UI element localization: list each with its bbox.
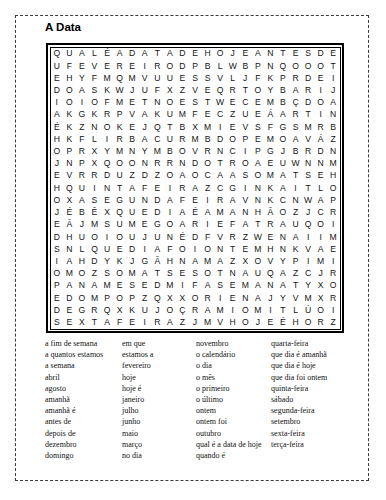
grid-cell[interactable]: É bbox=[277, 316, 290, 328]
grid-cell[interactable]: A bbox=[189, 255, 202, 267]
grid-cell[interactable]: R bbox=[226, 157, 239, 169]
grid-cell[interactable]: H bbox=[63, 72, 76, 84]
grid-cell[interactable]: J bbox=[239, 72, 252, 84]
grid-cell[interactable]: E bbox=[63, 304, 76, 316]
grid-cell[interactable]: V bbox=[264, 255, 277, 267]
grid-cell[interactable]: K bbox=[63, 109, 76, 121]
grid-cell[interactable]: A bbox=[226, 170, 239, 182]
grid-cell[interactable]: P bbox=[327, 194, 340, 206]
grid-cell[interactable]: M bbox=[113, 96, 126, 108]
grid-cell[interactable]: N bbox=[327, 109, 340, 121]
grid-cell[interactable]: N bbox=[138, 194, 151, 206]
grid-cell[interactable]: A bbox=[63, 255, 76, 267]
grid-cell[interactable]: O bbox=[252, 255, 265, 267]
grid-cell[interactable]: R bbox=[201, 292, 214, 304]
grid-cell[interactable]: V bbox=[189, 84, 202, 96]
grid-cell[interactable]: Z bbox=[126, 170, 139, 182]
grid-cell[interactable]: T bbox=[88, 316, 101, 328]
grid-cell[interactable]: O bbox=[302, 60, 315, 72]
grid-cell[interactable]: R bbox=[151, 316, 164, 328]
grid-cell[interactable]: P bbox=[101, 292, 114, 304]
grid-cell[interactable]: A bbox=[76, 194, 89, 206]
grid-cell[interactable]: N bbox=[101, 182, 114, 194]
grid-cell[interactable]: A bbox=[138, 133, 151, 145]
grid-cell[interactable]: Z bbox=[151, 170, 164, 182]
grid-cell[interactable]: O bbox=[314, 96, 327, 108]
grid-cell[interactable]: E bbox=[214, 219, 227, 231]
grid-cell[interactable]: M bbox=[176, 109, 189, 121]
grid-cell[interactable]: E bbox=[63, 316, 76, 328]
grid-cell[interactable]: K bbox=[151, 109, 164, 121]
grid-cell[interactable]: A bbox=[176, 170, 189, 182]
grid-cell[interactable]: D bbox=[189, 157, 202, 169]
grid-cell[interactable]: J bbox=[51, 157, 64, 169]
grid-cell[interactable]: O bbox=[51, 194, 64, 206]
grid-cell[interactable]: É bbox=[176, 231, 189, 243]
grid-cell[interactable]: D bbox=[126, 48, 139, 60]
grid-cell[interactable]: A bbox=[277, 280, 290, 292]
grid-cell[interactable]: R bbox=[88, 304, 101, 316]
grid-cell[interactable]: Á bbox=[314, 133, 327, 145]
grid-cell[interactable]: K bbox=[113, 121, 126, 133]
grid-cell[interactable]: E bbox=[201, 84, 214, 96]
grid-cell[interactable]: L bbox=[88, 48, 101, 60]
grid-cell[interactable]: B bbox=[126, 133, 139, 145]
grid-cell[interactable]: Z bbox=[201, 182, 214, 194]
grid-cell[interactable]: M bbox=[126, 267, 139, 279]
grid-cell[interactable]: U bbox=[113, 219, 126, 231]
grid-cell[interactable]: E bbox=[226, 96, 239, 108]
grid-cell[interactable]: D bbox=[63, 292, 76, 304]
grid-cell[interactable]: H bbox=[164, 255, 177, 267]
grid-cell[interactable]: I bbox=[138, 60, 151, 72]
grid-cell[interactable]: Y bbox=[277, 292, 290, 304]
grid-cell[interactable]: U bbox=[126, 194, 139, 206]
grid-cell[interactable]: A bbox=[189, 182, 202, 194]
grid-cell[interactable]: E bbox=[113, 243, 126, 255]
grid-cell[interactable]: A bbox=[88, 280, 101, 292]
grid-cell[interactable]: A bbox=[277, 109, 290, 121]
grid-cell[interactable]: W bbox=[289, 157, 302, 169]
grid-cell[interactable]: N bbox=[63, 243, 76, 255]
grid-cell[interactable]: I bbox=[138, 316, 151, 328]
grid-cell[interactable]: K bbox=[264, 194, 277, 206]
grid-cell[interactable]: N bbox=[138, 157, 151, 169]
grid-cell[interactable]: I bbox=[239, 145, 252, 157]
grid-cell[interactable]: W bbox=[113, 84, 126, 96]
grid-cell[interactable]: C bbox=[277, 194, 290, 206]
grid-cell[interactable]: T bbox=[226, 243, 239, 255]
grid-cell[interactable]: N bbox=[327, 145, 340, 157]
grid-cell[interactable]: O bbox=[239, 304, 252, 316]
grid-cell[interactable]: P bbox=[277, 72, 290, 84]
grid-cell[interactable]: Z bbox=[76, 121, 89, 133]
grid-cell[interactable]: B bbox=[201, 60, 214, 72]
grid-cell[interactable]: F bbox=[101, 96, 114, 108]
grid-cell[interactable]: U bbox=[126, 231, 139, 243]
grid-cell[interactable]: C bbox=[151, 133, 164, 145]
grid-cell[interactable]: Q bbox=[151, 121, 164, 133]
grid-cell[interactable]: H bbox=[76, 255, 89, 267]
grid-cell[interactable]: X bbox=[239, 255, 252, 267]
grid-cell[interactable]: E bbox=[264, 231, 277, 243]
grid-cell[interactable]: E bbox=[101, 194, 114, 206]
grid-cell[interactable]: L bbox=[289, 304, 302, 316]
grid-cell[interactable]: O bbox=[252, 170, 265, 182]
grid-cell[interactable]: N bbox=[264, 60, 277, 72]
grid-cell[interactable]: D bbox=[88, 255, 101, 267]
grid-cell[interactable]: B bbox=[289, 145, 302, 157]
grid-cell[interactable]: K bbox=[264, 182, 277, 194]
grid-cell[interactable]: Q bbox=[113, 72, 126, 84]
grid-cell[interactable]: I bbox=[239, 182, 252, 194]
grid-cell[interactable]: Ç bbox=[289, 96, 302, 108]
grid-cell[interactable]: A bbox=[252, 48, 265, 60]
grid-cell[interactable]: Ã bbox=[264, 206, 277, 218]
grid-cell[interactable]: P bbox=[51, 280, 64, 292]
grid-cell[interactable]: R bbox=[76, 170, 89, 182]
grid-cell[interactable]: T bbox=[113, 182, 126, 194]
grid-cell[interactable]: A bbox=[138, 267, 151, 279]
grid-cell[interactable]: M bbox=[189, 133, 202, 145]
grid-cell[interactable]: U bbox=[126, 206, 139, 218]
grid-cell[interactable]: M bbox=[327, 231, 340, 243]
grid-cell[interactable]: I bbox=[138, 243, 151, 255]
grid-cell[interactable]: I bbox=[51, 255, 64, 267]
grid-cell[interactable]: Z bbox=[226, 255, 239, 267]
grid-cell[interactable]: O bbox=[88, 96, 101, 108]
grid-cell[interactable]: T bbox=[214, 157, 227, 169]
grid-cell[interactable]: O bbox=[327, 182, 340, 194]
grid-cell[interactable]: A bbox=[101, 316, 114, 328]
grid-cell[interactable]: É bbox=[63, 206, 76, 218]
grid-cell[interactable]: P bbox=[76, 157, 89, 169]
grid-cell[interactable]: É bbox=[51, 121, 64, 133]
grid-cell[interactable]: R bbox=[327, 206, 340, 218]
grid-cell[interactable]: R bbox=[176, 182, 189, 194]
grid-cell[interactable]: T bbox=[302, 182, 315, 194]
grid-cell[interactable]: V bbox=[63, 170, 76, 182]
grid-cell[interactable]: O bbox=[302, 316, 315, 328]
grid-cell[interactable]: Q bbox=[264, 267, 277, 279]
grid-cell[interactable]: M bbox=[302, 121, 315, 133]
grid-cell[interactable]: I bbox=[214, 121, 227, 133]
grid-cell[interactable]: M bbox=[63, 267, 76, 279]
grid-cell[interactable]: E bbox=[151, 182, 164, 194]
grid-cell[interactable]: S bbox=[164, 267, 177, 279]
grid-cell[interactable]: U bbox=[164, 72, 177, 84]
grid-cell[interactable]: V bbox=[239, 194, 252, 206]
grid-cell[interactable]: Y bbox=[277, 255, 290, 267]
grid-cell[interactable]: A bbox=[164, 316, 177, 328]
grid-cell[interactable]: Ç bbox=[176, 304, 189, 316]
grid-cell[interactable]: E bbox=[126, 316, 139, 328]
grid-cell[interactable]: Ê bbox=[88, 206, 101, 218]
grid-cell[interactable]: S bbox=[101, 219, 114, 231]
grid-cell[interactable]: O bbox=[101, 121, 114, 133]
grid-cell[interactable]: F bbox=[189, 280, 202, 292]
grid-cell[interactable]: S bbox=[214, 280, 227, 292]
grid-cell[interactable]: R bbox=[189, 304, 202, 316]
grid-cell[interactable]: E bbox=[252, 96, 265, 108]
grid-cell[interactable]: V bbox=[214, 72, 227, 84]
grid-cell[interactable]: O bbox=[63, 96, 76, 108]
grid-cell[interactable]: T bbox=[138, 96, 151, 108]
grid-cell[interactable]: U bbox=[164, 109, 177, 121]
grid-cell[interactable]: E bbox=[76, 60, 89, 72]
grid-cell[interactable]: D bbox=[214, 133, 227, 145]
grid-cell[interactable]: F bbox=[252, 72, 265, 84]
grid-cell[interactable]: F bbox=[138, 182, 151, 194]
grid-cell[interactable]: O bbox=[113, 267, 126, 279]
grid-cell[interactable]: E bbox=[327, 48, 340, 60]
grid-cell[interactable]: R bbox=[176, 133, 189, 145]
grid-cell[interactable]: T bbox=[239, 84, 252, 96]
grid-cell[interactable]: J bbox=[277, 145, 290, 157]
grid-cell[interactable]: A bbox=[277, 219, 290, 231]
grid-cell[interactable]: G bbox=[264, 145, 277, 157]
grid-cell[interactable]: G bbox=[226, 182, 239, 194]
grid-cell[interactable]: Q bbox=[277, 60, 290, 72]
grid-cell[interactable]: X bbox=[189, 121, 202, 133]
grid-cell[interactable]: O bbox=[214, 48, 227, 60]
grid-cell[interactable]: V bbox=[88, 60, 101, 72]
grid-cell[interactable]: J bbox=[76, 219, 89, 231]
grid-cell[interactable]: K bbox=[63, 121, 76, 133]
grid-cell[interactable]: N bbox=[214, 145, 227, 157]
grid-cell[interactable]: R bbox=[201, 145, 214, 157]
grid-cell[interactable]: L bbox=[314, 182, 327, 194]
grid-cell[interactable]: J bbox=[138, 231, 151, 243]
grid-cell[interactable]: Ã bbox=[151, 255, 164, 267]
grid-cell[interactable]: S bbox=[88, 84, 101, 96]
grid-cell[interactable]: N bbox=[252, 194, 265, 206]
grid-cell[interactable]: O bbox=[189, 170, 202, 182]
grid-cell[interactable]: P bbox=[252, 60, 265, 72]
grid-cell[interactable]: T bbox=[289, 280, 302, 292]
grid-cell[interactable]: I bbox=[327, 255, 340, 267]
grid-cell[interactable]: E bbox=[138, 280, 151, 292]
grid-cell[interactable]: Q bbox=[214, 84, 227, 96]
grid-cell[interactable]: E bbox=[239, 243, 252, 255]
grid-cell[interactable]: O bbox=[51, 267, 64, 279]
grid-cell[interactable]: D bbox=[101, 170, 114, 182]
grid-cell[interactable]: M bbox=[101, 72, 114, 84]
grid-cell[interactable]: E bbox=[189, 48, 202, 60]
grid-cell[interactable]: E bbox=[113, 280, 126, 292]
grid-cell[interactable]: E bbox=[239, 48, 252, 60]
grid-cell[interactable]: A bbox=[252, 157, 265, 169]
grid-cell[interactable]: A bbox=[151, 243, 164, 255]
grid-cell[interactable]: H bbox=[51, 133, 64, 145]
grid-cell[interactable]: I bbox=[189, 243, 202, 255]
grid-cell[interactable]: X bbox=[63, 194, 76, 206]
grid-cell[interactable]: R bbox=[101, 109, 114, 121]
grid-cell[interactable]: O bbox=[113, 292, 126, 304]
grid-cell[interactable]: Q bbox=[101, 157, 114, 169]
grid-cell[interactable]: Y bbox=[76, 72, 89, 84]
grid-cell[interactable]: E bbox=[252, 133, 265, 145]
grid-cell[interactable]: Z bbox=[138, 292, 151, 304]
grid-cell[interactable]: F bbox=[226, 219, 239, 231]
grid-cell[interactable]: D bbox=[51, 84, 64, 96]
grid-cell[interactable]: H bbox=[252, 206, 265, 218]
grid-cell[interactable]: U bbox=[151, 231, 164, 243]
grid-cell[interactable]: O bbox=[201, 157, 214, 169]
grid-cell[interactable]: O bbox=[189, 292, 202, 304]
grid-cell[interactable]: A bbox=[252, 292, 265, 304]
grid-cell[interactable]: O bbox=[176, 145, 189, 157]
grid-cell[interactable]: R bbox=[289, 109, 302, 121]
grid-cell[interactable]: Z bbox=[88, 267, 101, 279]
grid-cell[interactable]: V bbox=[126, 109, 139, 121]
grid-cell[interactable]: E bbox=[252, 109, 265, 121]
grid-cell[interactable]: J bbox=[189, 316, 202, 328]
grid-cell[interactable]: R bbox=[189, 219, 202, 231]
grid-cell[interactable]: M bbox=[264, 133, 277, 145]
grid-cell[interactable]: D bbox=[138, 170, 151, 182]
grid-cell[interactable]: O bbox=[164, 304, 177, 316]
grid-cell[interactable]: N bbox=[226, 267, 239, 279]
grid-cell[interactable]: A bbox=[252, 280, 265, 292]
grid-cell[interactable]: I bbox=[76, 96, 89, 108]
grid-cell[interactable]: N bbox=[164, 231, 177, 243]
grid-cell[interactable]: N bbox=[302, 157, 315, 169]
grid-cell[interactable]: A bbox=[164, 194, 177, 206]
grid-cell[interactable]: O bbox=[314, 219, 327, 231]
grid-cell[interactable]: D bbox=[189, 231, 202, 243]
grid-cell[interactable]: J bbox=[252, 316, 265, 328]
grid-cell[interactable]: B bbox=[201, 133, 214, 145]
grid-cell[interactable]: O bbox=[239, 316, 252, 328]
grid-cell[interactable]: V bbox=[239, 121, 252, 133]
grid-cell[interactable]: E bbox=[264, 316, 277, 328]
grid-cell[interactable]: S bbox=[201, 72, 214, 84]
grid-cell[interactable]: C bbox=[201, 170, 214, 182]
grid-cell[interactable]: K bbox=[113, 255, 126, 267]
grid-cell[interactable]: N bbox=[252, 182, 265, 194]
grid-cell[interactable]: N bbox=[277, 243, 290, 255]
grid-cell[interactable]: Z bbox=[289, 206, 302, 218]
grid-cell[interactable]: I bbox=[176, 280, 189, 292]
grid-cell[interactable]: A bbox=[164, 48, 177, 60]
grid-cell[interactable]: X bbox=[88, 157, 101, 169]
grid-cell[interactable]: D bbox=[314, 48, 327, 60]
grid-cell[interactable]: I bbox=[101, 231, 114, 243]
grid-cell[interactable]: N bbox=[126, 145, 139, 157]
grid-cell[interactable]: X bbox=[164, 292, 177, 304]
grid-cell[interactable]: U bbox=[76, 182, 89, 194]
grid-cell[interactable]: U bbox=[239, 109, 252, 121]
grid-cell[interactable]: R bbox=[314, 121, 327, 133]
grid-cell[interactable]: U bbox=[51, 60, 64, 72]
grid-cell[interactable]: J bbox=[151, 304, 164, 316]
grid-cell[interactable]: D bbox=[314, 145, 327, 157]
grid-cell[interactable]: S bbox=[189, 96, 202, 108]
grid-cell[interactable]: S bbox=[289, 121, 302, 133]
grid-cell[interactable]: A bbox=[289, 84, 302, 96]
grid-cell[interactable]: I bbox=[264, 304, 277, 316]
grid-cell[interactable]: F bbox=[176, 194, 189, 206]
grid-cell[interactable]: R bbox=[226, 231, 239, 243]
grid-cell[interactable]: N bbox=[289, 194, 302, 206]
grid-cell[interactable]: E bbox=[51, 170, 64, 182]
grid-cell[interactable]: O bbox=[201, 267, 214, 279]
grid-cell[interactable]: O bbox=[327, 280, 340, 292]
grid-cell[interactable]: R bbox=[151, 60, 164, 72]
grid-cell[interactable]: M bbox=[201, 121, 214, 133]
grid-cell[interactable]: T bbox=[151, 48, 164, 60]
grid-cell[interactable]: F bbox=[63, 60, 76, 72]
grid-cell[interactable]: A bbox=[314, 243, 327, 255]
grid-cell[interactable]: P bbox=[239, 133, 252, 145]
grid-cell[interactable]: M bbox=[302, 292, 315, 304]
grid-cell[interactable]: R bbox=[264, 219, 277, 231]
grid-cell[interactable]: M bbox=[252, 304, 265, 316]
grid-cell[interactable]: A bbox=[113, 48, 126, 60]
grid-cell[interactable]: I bbox=[164, 206, 177, 218]
grid-cell[interactable]: R bbox=[327, 267, 340, 279]
grid-cell[interactable]: X bbox=[76, 316, 89, 328]
grid-cell[interactable]: D bbox=[151, 206, 164, 218]
grid-cell[interactable]: A bbox=[201, 304, 214, 316]
grid-cell[interactable]: E bbox=[51, 72, 64, 84]
grid-cell[interactable]: F bbox=[113, 316, 126, 328]
grid-cell[interactable]: S bbox=[101, 267, 114, 279]
grid-cell[interactable]: Q bbox=[101, 304, 114, 316]
grid-cell[interactable]: E bbox=[314, 170, 327, 182]
grid-cell[interactable]: A bbox=[226, 194, 239, 206]
grid-cell[interactable]: F bbox=[164, 243, 177, 255]
grid-cell[interactable]: M bbox=[201, 316, 214, 328]
grid-cell[interactable]: E bbox=[176, 72, 189, 84]
grid-cell[interactable]: T bbox=[252, 219, 265, 231]
grid-cell[interactable]: I bbox=[226, 304, 239, 316]
grid-cell[interactable]: I bbox=[314, 231, 327, 243]
grid-cell[interactable]: V bbox=[138, 72, 151, 84]
grid-cell[interactable]: M bbox=[126, 72, 139, 84]
grid-cell[interactable]: A bbox=[277, 170, 290, 182]
grid-cell[interactable]: O bbox=[126, 157, 139, 169]
grid-cell[interactable]: H bbox=[201, 48, 214, 60]
grid-cell[interactable]: J bbox=[126, 84, 139, 96]
grid-cell[interactable]: O bbox=[252, 84, 265, 96]
grid-cell[interactable]: A bbox=[214, 255, 227, 267]
grid-cell[interactable]: S bbox=[51, 243, 64, 255]
grid-cell[interactable]: J bbox=[226, 48, 239, 60]
grid-cell[interactable]: X bbox=[314, 292, 327, 304]
grid-cell[interactable]: O bbox=[277, 206, 290, 218]
grid-cell[interactable]: O bbox=[201, 243, 214, 255]
grid-cell[interactable]: S bbox=[189, 72, 202, 84]
grid-cell[interactable]: D bbox=[302, 72, 315, 84]
grid-cell[interactable]: A bbox=[176, 219, 189, 231]
grid-cell[interactable]: N bbox=[151, 96, 164, 108]
grid-cell[interactable]: R bbox=[214, 194, 227, 206]
grid-cell[interactable]: E bbox=[314, 72, 327, 84]
grid-cell[interactable]: L bbox=[76, 243, 89, 255]
grid-cell[interactable]: U bbox=[138, 84, 151, 96]
grid-cell[interactable]: O bbox=[76, 292, 89, 304]
grid-cell[interactable]: O bbox=[314, 304, 327, 316]
grid-cell[interactable]: J bbox=[264, 292, 277, 304]
grid-cell[interactable]: S bbox=[51, 316, 64, 328]
grid-cell[interactable]: Z bbox=[226, 109, 239, 121]
grid-cell[interactable]: Z bbox=[327, 316, 340, 328]
grid-cell[interactable]: N bbox=[214, 243, 227, 255]
grid-cell[interactable]: R bbox=[226, 84, 239, 96]
grid-cell[interactable]: N bbox=[277, 231, 290, 243]
